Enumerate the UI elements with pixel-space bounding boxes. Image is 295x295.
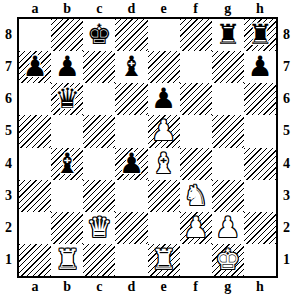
white-knight-f3: ♞ (183, 182, 208, 210)
square-h7[interactable]: ♟ (244, 51, 276, 83)
rank-label-left-7: 7 (0, 51, 17, 83)
square-d5[interactable] (115, 115, 147, 147)
square-b1[interactable]: ♜ (51, 244, 83, 276)
square-a1[interactable] (19, 244, 51, 276)
white-rook-e1: ♜ (151, 246, 176, 274)
rank-label-right-6: 6 (278, 83, 295, 115)
square-b2[interactable] (51, 212, 83, 244)
square-c1[interactable] (83, 244, 115, 276)
square-d7[interactable]: ♝ (115, 51, 147, 83)
rank-label-left-3: 3 (0, 180, 17, 212)
rank-label-right-1: 1 (278, 244, 295, 276)
white-bishop-e4: ♝ (151, 150, 176, 178)
square-a2[interactable] (19, 212, 51, 244)
square-g2[interactable]: ♟ (212, 212, 244, 244)
rank-label-left-5: 5 (0, 115, 17, 147)
square-a4[interactable] (19, 148, 51, 180)
black-king-c8: ♚ (87, 21, 112, 49)
square-h2[interactable] (244, 212, 276, 244)
square-g3[interactable] (212, 180, 244, 212)
file-label-top-d: d (115, 0, 147, 17)
black-pawn-d4: ♟ (119, 150, 144, 178)
square-b6[interactable]: ♛ (51, 83, 83, 115)
square-b8[interactable] (51, 19, 83, 51)
rank-label-left-4: 4 (0, 148, 17, 180)
rank-label-right-8: 8 (278, 19, 295, 51)
square-h3[interactable] (244, 180, 276, 212)
black-queen-b6: ♛ (55, 85, 80, 113)
square-g4[interactable] (212, 148, 244, 180)
square-f1[interactable] (180, 244, 212, 276)
square-d3[interactable] (115, 180, 147, 212)
file-labels-bottom: abcdefgh (19, 278, 276, 295)
square-g8[interactable]: ♜ (212, 19, 244, 51)
white-pawn-g2: ♟ (215, 214, 240, 242)
black-pawn-b7: ♟ (55, 53, 80, 81)
square-e7[interactable] (148, 51, 180, 83)
rank-label-right-3: 3 (278, 180, 295, 212)
square-a5[interactable] (19, 115, 51, 147)
file-label-bottom-a: a (19, 278, 51, 295)
square-e4[interactable]: ♝ (148, 148, 180, 180)
square-f2[interactable]: ♟ (180, 212, 212, 244)
square-c3[interactable] (83, 180, 115, 212)
square-h8[interactable]: ♜ (244, 19, 276, 51)
rank-label-right-4: 4 (278, 148, 295, 180)
square-a8[interactable] (19, 19, 51, 51)
black-rook-h8: ♜ (247, 21, 272, 49)
black-pawn-h7: ♟ (247, 53, 272, 81)
chess-diagram: abcdefgh 87654321 ♚♜♜♟♟♝♟♛♟♟♝♟♝♞♛♟♟♜♜♚ 8… (0, 0, 295, 295)
square-e1[interactable]: ♜ (148, 244, 180, 276)
square-f7[interactable] (180, 51, 212, 83)
square-d2[interactable] (115, 212, 147, 244)
black-pawn-e6: ♟ (151, 85, 176, 113)
square-b7[interactable]: ♟ (51, 51, 83, 83)
square-h5[interactable] (244, 115, 276, 147)
file-label-bottom-f: f (180, 278, 212, 295)
rank-label-left-8: 8 (0, 19, 17, 51)
square-d1[interactable] (115, 244, 147, 276)
file-label-top-a: a (19, 0, 51, 17)
file-label-top-f: f (180, 0, 212, 17)
square-b3[interactable] (51, 180, 83, 212)
white-pawn-e5: ♟ (151, 117, 176, 145)
file-label-top-e: e (148, 0, 180, 17)
square-f8[interactable] (180, 19, 212, 51)
square-d6[interactable] (115, 83, 147, 115)
square-g5[interactable] (212, 115, 244, 147)
file-label-bottom-b: b (51, 278, 83, 295)
rank-label-left-6: 6 (0, 83, 17, 115)
file-label-top-g: g (212, 0, 244, 17)
black-rook-g8: ♜ (215, 21, 240, 49)
square-h1[interactable] (244, 244, 276, 276)
file-label-top-h: h (244, 0, 276, 17)
square-b5[interactable] (51, 115, 83, 147)
rank-label-left-1: 1 (0, 244, 17, 276)
square-c7[interactable] (83, 51, 115, 83)
file-label-bottom-g: g (212, 278, 244, 295)
black-bishop-d7: ♝ (119, 53, 144, 81)
square-e2[interactable] (148, 212, 180, 244)
black-bishop-b4: ♝ (55, 150, 80, 178)
white-king-g1: ♚ (215, 246, 240, 274)
square-g7[interactable] (212, 51, 244, 83)
square-f3[interactable]: ♞ (180, 180, 212, 212)
white-rook-b1: ♜ (55, 246, 80, 274)
rank-labels-right: 87654321 (278, 19, 295, 276)
square-b4[interactable]: ♝ (51, 148, 83, 180)
rank-label-right-7: 7 (278, 51, 295, 83)
file-label-bottom-e: e (148, 278, 180, 295)
square-c6[interactable] (83, 83, 115, 115)
square-g1[interactable]: ♚ (212, 244, 244, 276)
square-c4[interactable] (83, 148, 115, 180)
black-pawn-a7: ♟ (23, 53, 48, 81)
square-d8[interactable] (115, 19, 147, 51)
square-e5[interactable]: ♟ (148, 115, 180, 147)
square-f5[interactable] (180, 115, 212, 147)
chess-board: ♚♜♜♟♟♝♟♛♟♟♝♟♝♞♛♟♟♜♜♚ (17, 17, 278, 278)
square-a7[interactable]: ♟ (19, 51, 51, 83)
square-e6[interactable]: ♟ (148, 83, 180, 115)
square-h4[interactable] (244, 148, 276, 180)
file-label-bottom-c: c (83, 278, 115, 295)
square-h6[interactable] (244, 83, 276, 115)
file-label-top-b: b (51, 0, 83, 17)
square-f6[interactable] (180, 83, 212, 115)
file-label-bottom-d: d (115, 278, 147, 295)
file-label-top-c: c (83, 0, 115, 17)
rank-label-left-2: 2 (0, 212, 17, 244)
square-e8[interactable] (148, 19, 180, 51)
square-c8[interactable]: ♚ (83, 19, 115, 51)
square-c5[interactable] (83, 115, 115, 147)
square-e3[interactable] (148, 180, 180, 212)
file-labels-top: abcdefgh (19, 0, 276, 17)
rank-labels-left: 87654321 (0, 19, 17, 276)
rank-label-right-5: 5 (278, 115, 295, 147)
square-a6[interactable] (19, 83, 51, 115)
white-pawn-f2: ♟ (183, 214, 208, 242)
file-label-bottom-h: h (244, 278, 276, 295)
white-queen-c2: ♛ (87, 214, 112, 242)
rank-label-right-2: 2 (278, 212, 295, 244)
square-f4[interactable] (180, 148, 212, 180)
square-d4[interactable]: ♟ (115, 148, 147, 180)
square-c2[interactable]: ♛ (83, 212, 115, 244)
square-g6[interactable] (212, 83, 244, 115)
square-a3[interactable] (19, 180, 51, 212)
